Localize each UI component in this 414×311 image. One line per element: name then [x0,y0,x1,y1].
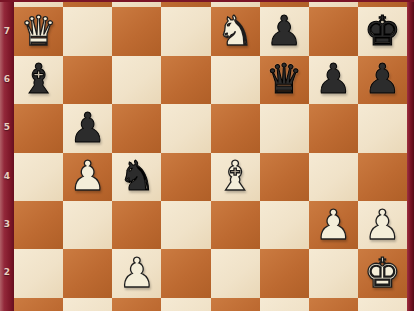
black-pawn: ♟ [309,56,358,104]
square-g7[interactable] [309,7,358,55]
black-pawn: ♟ [358,56,407,104]
black-queen: ♛ [260,56,309,104]
square-f5[interactable] [260,104,309,152]
white-pawn: ♟ [358,201,407,249]
white-pawn: ♟ [63,153,112,201]
square-c1[interactable] [112,298,161,311]
square-b7[interactable] [63,7,112,55]
square-c5[interactable] [112,104,161,152]
square-a6[interactable]: ♝ [14,56,63,104]
square-f1[interactable] [260,298,309,311]
square-c2[interactable]: ♟ [112,249,161,297]
white-knight: ♞ [211,7,260,55]
square-d1[interactable] [161,298,210,311]
square-a2[interactable] [14,249,63,297]
black-king: ♚ [358,7,407,55]
square-f6[interactable]: ♛ [260,56,309,104]
square-d4[interactable] [161,153,210,201]
square-f3[interactable] [260,201,309,249]
square-d6[interactable] [161,56,210,104]
square-h3[interactable]: ♟ [358,201,407,249]
square-h1[interactable] [358,298,407,311]
chess-board: ♛♞♟♚♝♛♟♟♟♟♞♝♟♟♟♚ [14,0,407,311]
square-b3[interactable] [63,201,112,249]
square-a4[interactable] [14,153,63,201]
square-f7[interactable]: ♟ [260,7,309,55]
square-h2[interactable]: ♚ [358,249,407,297]
square-a5[interactable] [14,104,63,152]
rank-label-4: 4 [2,171,12,181]
square-c3[interactable] [112,201,161,249]
square-c6[interactable] [112,56,161,104]
square-b1[interactable] [63,298,112,311]
board-frame-right [407,0,414,311]
rank-label-6: 6 [2,74,12,84]
square-e2[interactable] [211,249,260,297]
square-g4[interactable] [309,153,358,201]
white-pawn: ♟ [309,201,358,249]
square-h5[interactable] [358,104,407,152]
board-frame-top [0,0,414,2]
square-a7[interactable]: ♛ [14,7,63,55]
black-knight: ♞ [112,153,161,201]
square-d7[interactable] [161,7,210,55]
square-e3[interactable] [211,201,260,249]
rank-label-5: 5 [2,122,12,132]
rank-label-7: 7 [2,26,12,36]
square-b2[interactable] [63,249,112,297]
white-bishop: ♝ [211,153,260,201]
square-g3[interactable]: ♟ [309,201,358,249]
square-b5[interactable]: ♟ [63,104,112,152]
white-pawn: ♟ [112,249,161,297]
square-h4[interactable] [358,153,407,201]
square-h7[interactable]: ♚ [358,7,407,55]
square-f4[interactable] [260,153,309,201]
white-king: ♚ [358,249,407,297]
square-f2[interactable] [260,249,309,297]
black-pawn: ♟ [63,104,112,152]
square-b6[interactable] [63,56,112,104]
square-c7[interactable] [112,7,161,55]
square-e7[interactable]: ♞ [211,7,260,55]
square-g6[interactable]: ♟ [309,56,358,104]
square-e1[interactable] [211,298,260,311]
square-d3[interactable] [161,201,210,249]
black-bishop: ♝ [14,56,63,104]
square-g5[interactable] [309,104,358,152]
black-pawn: ♟ [260,7,309,55]
chess-diagram: 7 6 5 4 3 2 ♛♞♟♚♝♛♟♟♟♟♞♝♟♟♟♚ [0,0,414,311]
square-b4[interactable]: ♟ [63,153,112,201]
square-e5[interactable] [211,104,260,152]
square-g2[interactable] [309,249,358,297]
square-c4[interactable]: ♞ [112,153,161,201]
rank-label-strip: 7 6 5 4 3 2 [0,0,14,311]
square-e6[interactable] [211,56,260,104]
rank-label-2: 2 [2,267,12,277]
square-d5[interactable] [161,104,210,152]
square-e4[interactable]: ♝ [211,153,260,201]
square-a1[interactable] [14,298,63,311]
square-g1[interactable] [309,298,358,311]
square-h6[interactable]: ♟ [358,56,407,104]
white-queen: ♛ [14,7,63,55]
square-a3[interactable] [14,201,63,249]
rank-label-3: 3 [2,219,12,229]
square-d2[interactable] [161,249,210,297]
